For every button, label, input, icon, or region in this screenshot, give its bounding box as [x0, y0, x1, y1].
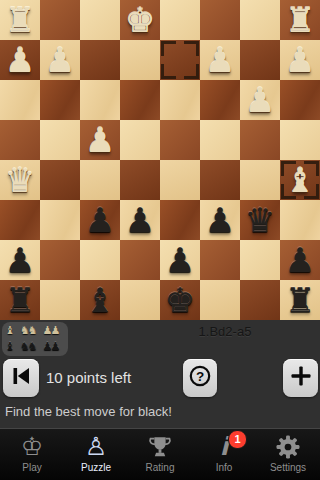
square-e4[interactable] [120, 120, 160, 160]
piece-wP: ♟ [0, 40, 40, 80]
square-b3[interactable]: ♟ [240, 80, 280, 120]
square-b4[interactable] [240, 120, 280, 160]
square-a4[interactable] [280, 120, 320, 160]
piece-bP: ♟ [280, 240, 320, 280]
gear-icon [275, 433, 301, 461]
last-move-notation: 1.Bd2-a5 [150, 324, 300, 339]
piece-bK: ♚ [160, 280, 200, 320]
square-e8[interactable] [120, 280, 160, 320]
captured-white-group: ♟♟ [43, 323, 61, 339]
square-c7[interactable] [200, 240, 240, 280]
square-b7[interactable] [240, 240, 280, 280]
captured-black-row: ♝♞♞♟♟ [5, 339, 65, 355]
square-c4[interactable] [200, 120, 240, 160]
chess-pawn-icon: ♙ [85, 433, 107, 461]
question-mark-icon: ? [188, 364, 212, 392]
chess-king-icon: ♔ [21, 433, 43, 461]
piece-wP: ♟ [200, 40, 240, 80]
square-f7[interactable] [80, 240, 120, 280]
square-g4[interactable] [40, 120, 80, 160]
svg-text:?: ? [196, 369, 204, 384]
square-b6[interactable]: ♛ [240, 200, 280, 240]
square-h6[interactable] [0, 200, 40, 240]
square-b1[interactable] [240, 0, 280, 40]
piece-wP: ♟ [240, 80, 280, 120]
square-c6[interactable]: ♟ [200, 200, 240, 240]
instruction-text: Find the best move for black! [5, 404, 172, 419]
square-e2[interactable] [120, 40, 160, 80]
square-a8[interactable]: ♜ [280, 280, 320, 320]
add-button[interactable] [283, 359, 318, 397]
square-g1[interactable] [40, 0, 80, 40]
square-e5[interactable] [120, 160, 160, 200]
captured-black-group: ♝ [5, 339, 15, 355]
square-g2[interactable]: ♟ [40, 40, 80, 80]
square-f3[interactable] [80, 80, 120, 120]
square-h7[interactable]: ♟ [0, 240, 40, 280]
board[interactable]: ♜♚♜♟♟♟♟♟♟♛♝♟♟♟♛♟♟♟♜♝♚♜ [0, 0, 320, 320]
square-f2[interactable] [80, 40, 120, 80]
info-icon: i [220, 433, 229, 461]
captured-black-group: ♟♟ [43, 339, 61, 355]
square-c3[interactable] [200, 80, 240, 120]
square-f5[interactable] [80, 160, 120, 200]
piece-wR: ♜ [0, 0, 40, 40]
square-g5[interactable] [40, 160, 80, 200]
square-e3[interactable] [120, 80, 160, 120]
trophy-icon [147, 433, 173, 461]
square-d8[interactable]: ♚ [160, 280, 200, 320]
piece-bP: ♟ [200, 200, 240, 240]
piece-wQ: ♛ [0, 160, 40, 200]
square-g3[interactable] [40, 80, 80, 120]
square-a2[interactable]: ♟ [280, 40, 320, 80]
tab-rating[interactable]: Rating [128, 429, 192, 480]
square-d1[interactable] [160, 0, 200, 40]
piece-bP: ♟ [120, 200, 160, 240]
square-a1[interactable]: ♜ [280, 0, 320, 40]
square-g8[interactable] [40, 280, 80, 320]
square-g6[interactable] [40, 200, 80, 240]
captured-white-group: ♝ [5, 323, 15, 339]
square-e1[interactable]: ♚ [120, 0, 160, 40]
plus-icon [289, 364, 313, 392]
piece-bP: ♟ [80, 200, 120, 240]
last-move-marker [280, 160, 320, 200]
square-c8[interactable] [200, 280, 240, 320]
square-a6[interactable] [280, 200, 320, 240]
square-f8[interactable]: ♝ [80, 280, 120, 320]
square-b5[interactable] [240, 160, 280, 200]
tab-play[interactable]: ♔ Play [0, 429, 64, 480]
piece-bR: ♜ [0, 280, 40, 320]
square-e6[interactable]: ♟ [120, 200, 160, 240]
points-left-label: 10 points left [46, 359, 131, 397]
square-d5[interactable] [160, 160, 200, 200]
captured-white-group: ♞♞ [20, 323, 38, 339]
notification-badge: 1 [228, 430, 247, 449]
piece-bP: ♟ [160, 240, 200, 280]
square-h4[interactable] [0, 120, 40, 160]
piece-bR: ♜ [280, 280, 320, 320]
square-h2[interactable]: ♟ [0, 40, 40, 80]
square-h3[interactable] [0, 80, 40, 120]
square-a7[interactable]: ♟ [280, 240, 320, 280]
square-d7[interactable]: ♟ [160, 240, 200, 280]
piece-bQ: ♛ [240, 200, 280, 240]
piece-bP: ♟ [0, 240, 40, 280]
piece-wP: ♟ [80, 120, 120, 160]
piece-wP: ♟ [280, 40, 320, 80]
piece-wR: ♜ [280, 0, 320, 40]
square-c2[interactable]: ♟ [200, 40, 240, 80]
tab-info[interactable]: i Info 1 [192, 429, 256, 480]
captured-pieces-tray: ♝♞♞♟♟ ♝♞♞♟♟ [2, 322, 68, 356]
square-f6[interactable]: ♟ [80, 200, 120, 240]
square-a5[interactable]: ♝ [280, 160, 320, 200]
chess-puzzle-app: ♜♚♜♟♟♟♟♟♟♛♝♟♟♟♛♟♟♟♜♝♚♜ ♝♞♞♟♟ ♝♞♞♟♟ 1.Bd2… [0, 0, 320, 480]
bottom-panel: ♝♞♞♟♟ ♝♞♞♟♟ 1.Bd2-a5 10 points left ? [0, 320, 320, 428]
square-c5[interactable] [200, 160, 240, 200]
square-d4[interactable] [160, 120, 200, 160]
square-e7[interactable] [120, 240, 160, 280]
square-f4[interactable]: ♟ [80, 120, 120, 160]
square-b8[interactable] [240, 280, 280, 320]
square-b2[interactable] [240, 40, 280, 80]
rewind-button[interactable] [3, 359, 39, 397]
square-d6[interactable] [160, 200, 200, 240]
square-h5[interactable]: ♛ [0, 160, 40, 200]
tab-settings[interactable]: Settings [256, 429, 320, 480]
square-d3[interactable] [160, 80, 200, 120]
square-h1[interactable]: ♜ [0, 0, 40, 40]
tab-puzzle[interactable]: ♙ Puzzle [64, 429, 128, 480]
square-a3[interactable] [280, 80, 320, 120]
skip-to-start-icon [10, 365, 32, 391]
square-d2[interactable] [160, 40, 200, 80]
last-move-marker [160, 40, 200, 80]
square-h8[interactable]: ♜ [0, 280, 40, 320]
tab-bar: ♔ Play ♙ Puzzle Rating i Info 1 [0, 428, 320, 480]
captured-black-group: ♞♞ [20, 339, 38, 355]
hint-button[interactable]: ? [183, 359, 217, 397]
piece-wK: ♚ [120, 0, 160, 40]
piece-bB: ♝ [80, 280, 120, 320]
captured-white-row: ♝♞♞♟♟ [5, 323, 65, 339]
square-g7[interactable] [40, 240, 80, 280]
piece-wP: ♟ [40, 40, 80, 80]
piece-wB: ♝ [280, 160, 320, 200]
square-f1[interactable] [80, 0, 120, 40]
square-c1[interactable] [200, 0, 240, 40]
